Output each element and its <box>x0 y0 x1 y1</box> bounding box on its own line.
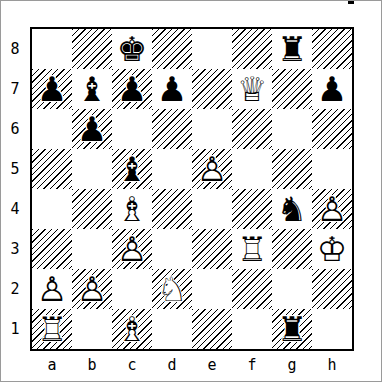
white-rook[interactable]: ♜♖ <box>232 229 272 269</box>
square-f7[interactable]: ♛♕ <box>232 69 272 109</box>
file-label-d: d <box>152 353 192 377</box>
rank-label-8: 8 <box>6 29 24 69</box>
white-knight[interactable]: ♞♘ <box>152 269 192 309</box>
square-f2[interactable] <box>232 269 272 309</box>
square-b7[interactable]: ♝ <box>72 69 112 109</box>
square-a4[interactable] <box>32 189 72 229</box>
black-pawn-glyph: ♟ <box>312 69 352 109</box>
square-h2[interactable] <box>312 269 352 309</box>
rank-label-4: 4 <box>6 189 24 229</box>
white-pawn[interactable]: ♟♙ <box>192 149 232 189</box>
square-a1[interactable]: ♜♖ <box>32 309 72 349</box>
chessboard: ♚♜♟♝♟♟♛♕♟♟♝♟♙♝♗♞♟♙♟♙♜♖♚♔♟♙♟♙♞♘♜♖♝♗♜ <box>32 29 352 349</box>
square-a2[interactable]: ♟♙ <box>32 269 72 309</box>
square-g4[interactable]: ♞ <box>272 189 312 229</box>
black-pawn-glyph: ♟ <box>32 69 72 109</box>
black-rook-glyph: ♜ <box>272 309 312 349</box>
square-b6[interactable]: ♟ <box>72 109 112 149</box>
rank-label-3: 3 <box>6 229 24 269</box>
square-a8[interactable] <box>32 29 72 69</box>
edge-artifact-mark <box>348 1 354 4</box>
square-g2[interactable] <box>272 269 312 309</box>
square-e7[interactable] <box>192 69 232 109</box>
white-queen-glyph: ♕ <box>232 69 272 109</box>
square-g8[interactable]: ♜ <box>272 29 312 69</box>
square-h7[interactable]: ♟ <box>312 69 352 109</box>
square-c8[interactable]: ♚ <box>112 29 152 69</box>
file-label-a: a <box>32 353 72 377</box>
square-e8[interactable] <box>192 29 232 69</box>
file-label-c: c <box>112 353 152 377</box>
square-g1[interactable]: ♜ <box>272 309 312 349</box>
rank-label-1: 1 <box>6 309 24 349</box>
square-g7[interactable] <box>272 69 312 109</box>
file-label-b: b <box>72 353 112 377</box>
square-b3[interactable] <box>72 229 112 269</box>
file-labels: abcdefgh <box>32 353 352 377</box>
black-knight-glyph: ♞ <box>272 189 312 229</box>
square-e4[interactable] <box>192 189 232 229</box>
square-h1[interactable] <box>312 309 352 349</box>
rank-label-7: 7 <box>6 69 24 109</box>
white-king[interactable]: ♚♔ <box>312 229 352 269</box>
black-bishop-glyph: ♝ <box>72 69 112 109</box>
square-a7[interactable]: ♟ <box>32 69 72 109</box>
white-bishop-glyph: ♗ <box>112 189 152 229</box>
square-f1[interactable] <box>232 309 272 349</box>
rank-label-5: 5 <box>6 149 24 189</box>
square-e1[interactable] <box>192 309 232 349</box>
white-pawn[interactable]: ♟♙ <box>312 189 352 229</box>
rank-labels: 87654321 <box>6 29 24 349</box>
square-f5[interactable] <box>232 149 272 189</box>
board-frame: ♚♜♟♝♟♟♛♕♟♟♝♟♙♝♗♞♟♙♟♙♜♖♚♔♟♙♟♙♞♘♜♖♝♗♜ <box>30 27 354 351</box>
white-pawn-glyph: ♙ <box>112 229 152 269</box>
square-c7[interactable]: ♟ <box>112 69 152 109</box>
black-pawn[interactable]: ♟ <box>32 69 72 109</box>
square-h5[interactable] <box>312 149 352 189</box>
black-pawn[interactable]: ♟ <box>112 69 152 109</box>
white-pawn-glyph: ♙ <box>192 149 232 189</box>
black-king-glyph: ♚ <box>112 29 152 69</box>
white-rook-glyph: ♖ <box>232 229 272 269</box>
rank-label-6: 6 <box>6 109 24 149</box>
square-h6[interactable] <box>312 109 352 149</box>
square-a3[interactable] <box>32 229 72 269</box>
square-d5[interactable] <box>152 149 192 189</box>
white-pawn-glyph: ♙ <box>32 269 72 309</box>
file-label-e: e <box>192 353 232 377</box>
square-a6[interactable] <box>32 109 72 149</box>
square-f6[interactable] <box>232 109 272 149</box>
white-rook[interactable]: ♜♖ <box>32 309 72 349</box>
black-bishop-glyph: ♝ <box>112 149 152 189</box>
square-d8[interactable] <box>152 29 192 69</box>
black-pawn-glyph: ♟ <box>72 109 112 149</box>
black-bishop[interactable]: ♝ <box>72 69 112 109</box>
square-e6[interactable] <box>192 109 232 149</box>
file-label-g: g <box>272 353 312 377</box>
white-rook-glyph: ♖ <box>32 309 72 349</box>
square-h4[interactable]: ♟♙ <box>312 189 352 229</box>
white-pawn[interactable]: ♟♙ <box>112 229 152 269</box>
black-pawn[interactable]: ♟ <box>152 69 192 109</box>
white-pawn-glyph: ♙ <box>312 189 352 229</box>
file-label-f: f <box>232 353 272 377</box>
white-pawn[interactable]: ♟♙ <box>32 269 72 309</box>
square-g5[interactable] <box>272 149 312 189</box>
square-c6[interactable] <box>112 109 152 149</box>
square-h8[interactable] <box>312 29 352 69</box>
white-knight-glyph: ♘ <box>152 269 192 309</box>
square-c5[interactable]: ♝ <box>112 149 152 189</box>
square-h3[interactable]: ♚♔ <box>312 229 352 269</box>
black-pawn-glyph: ♟ <box>112 69 152 109</box>
square-e3[interactable] <box>192 229 232 269</box>
square-e5[interactable]: ♟♙ <box>192 149 232 189</box>
rank-label-2: 2 <box>6 269 24 309</box>
white-queen[interactable]: ♛♕ <box>232 69 272 109</box>
white-pawn-glyph: ♙ <box>72 269 112 309</box>
square-d2[interactable]: ♞♘ <box>152 269 192 309</box>
square-g6[interactable] <box>272 109 312 149</box>
square-a5[interactable] <box>32 149 72 189</box>
black-pawn[interactable]: ♟ <box>312 69 352 109</box>
square-b4[interactable] <box>72 189 112 229</box>
square-f3[interactable]: ♜♖ <box>232 229 272 269</box>
black-pawn-glyph: ♟ <box>152 69 192 109</box>
white-king-glyph: ♔ <box>312 229 352 269</box>
square-d1[interactable] <box>152 309 192 349</box>
square-c1[interactable]: ♝♗ <box>112 309 152 349</box>
black-rook[interactable]: ♜ <box>272 29 312 69</box>
square-b1[interactable] <box>72 309 112 349</box>
white-bishop[interactable]: ♝♗ <box>112 189 152 229</box>
square-e2[interactable] <box>192 269 232 309</box>
square-d7[interactable]: ♟ <box>152 69 192 109</box>
square-b5[interactable] <box>72 149 112 189</box>
white-pawn[interactable]: ♟♙ <box>72 269 112 309</box>
black-bishop[interactable]: ♝ <box>112 149 152 189</box>
black-rook-glyph: ♜ <box>272 29 312 69</box>
black-king[interactable]: ♚ <box>112 29 152 69</box>
square-d3[interactable] <box>152 229 192 269</box>
square-c4[interactable]: ♝♗ <box>112 189 152 229</box>
square-c3[interactable]: ♟♙ <box>112 229 152 269</box>
black-knight[interactable]: ♞ <box>272 189 312 229</box>
square-b8[interactable] <box>72 29 112 69</box>
square-d6[interactable] <box>152 109 192 149</box>
square-c2[interactable] <box>112 269 152 309</box>
white-bishop[interactable]: ♝♗ <box>112 309 152 349</box>
file-label-h: h <box>312 353 352 377</box>
black-pawn[interactable]: ♟ <box>72 109 112 149</box>
square-g3[interactable] <box>272 229 312 269</box>
square-b2[interactable]: ♟♙ <box>72 269 112 309</box>
chess-diagram: 87654321 ♚♜♟♝♟♟♛♕♟♟♝♟♙♝♗♞♟♙♟♙♜♖♚♔♟♙♟♙♞♘♜… <box>0 0 382 382</box>
square-f8[interactable] <box>232 29 272 69</box>
square-d4[interactable] <box>152 189 192 229</box>
white-bishop-glyph: ♗ <box>112 309 152 349</box>
square-f4[interactable] <box>232 189 272 229</box>
black-rook[interactable]: ♜ <box>272 309 312 349</box>
